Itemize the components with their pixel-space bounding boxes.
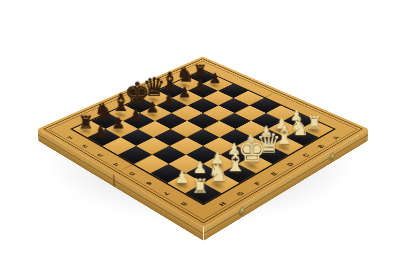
square-b8: ♞	[286, 129, 319, 146]
square-e6	[203, 137, 237, 154]
piece-ground-shadow	[143, 110, 162, 119]
piece-ground-shadow	[271, 126, 291, 136]
brass-latch-far	[330, 152, 334, 161]
piece-ground-shadow	[256, 134, 276, 144]
perspective-scene: ♜♟♟♜♞♟♟♞♝♟♟♝♛♟♟♛♚♟♟♚♝♟♟♝♞♟♟♞♜♟♟♜ ABCDEFG…	[0, 0, 400, 272]
square-e5	[187, 129, 220, 146]
chess-set-photo: ♜♟♟♜♞♟♟♞♝♟♟♝♛♟♟♛♚♟♟♚♝♟♟♝♞♟♟♞♜♟♟♜ ABCDEFG…	[0, 0, 400, 272]
square-a8: ♜	[301, 121, 334, 137]
piece-ground-shadow	[190, 88, 209, 97]
piece-ground-shadow	[90, 134, 110, 144]
brass-latch-near	[239, 206, 244, 216]
dark-king-e1: ♚	[124, 80, 150, 107]
piece-ground-shadow	[94, 118, 113, 128]
square-f5	[170, 137, 204, 154]
piece-ground-shadow	[286, 118, 306, 128]
dark-rook-h1: ♜	[77, 114, 93, 131]
side-fold-seam	[113, 174, 115, 187]
chess-board: ♜♟♟♜♞♟♟♞♝♟♟♝♛♟♟♛♚♟♟♚♝♟♟♝♞♟♟♞♜♟♟♜ ABCDEFG…	[38, 56, 369, 227]
